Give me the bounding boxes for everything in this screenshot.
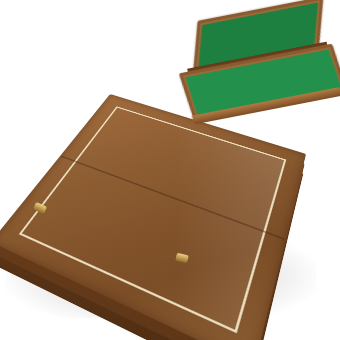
product-photo-chess-set [0, 0, 340, 340]
chess-board [0, 94, 306, 340]
board-top-face [0, 94, 306, 340]
